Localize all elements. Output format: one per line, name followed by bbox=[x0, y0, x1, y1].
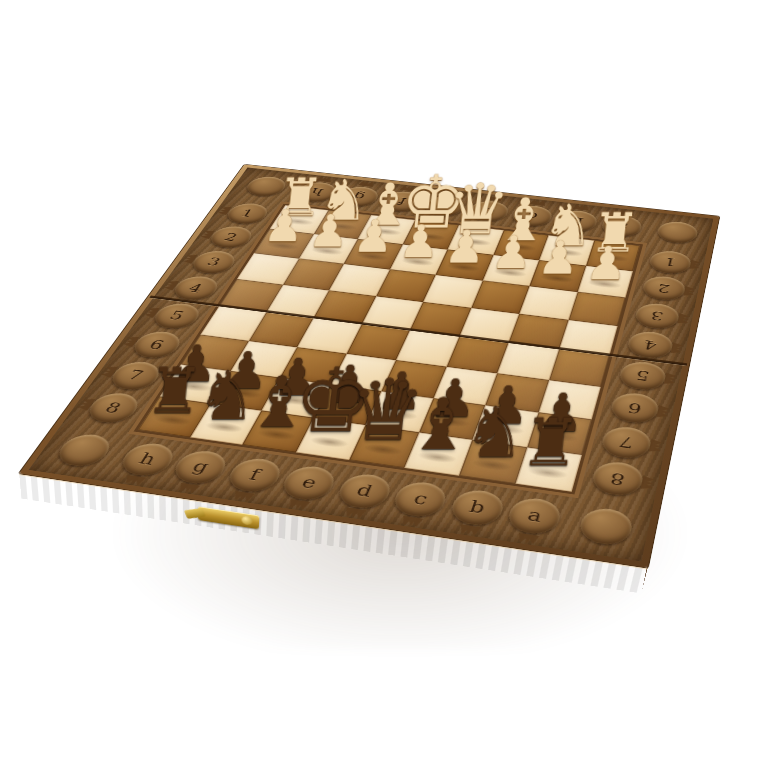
brass-clasp bbox=[198, 506, 259, 529]
piece-white-pawn: ♟ bbox=[443, 224, 488, 269]
piece-white-pawn: ♟ bbox=[489, 229, 535, 275]
piece-white-pawn: ♟ bbox=[536, 234, 582, 280]
board-top-surface: hgfedcba hgfedcba 12345678 12345678 ♜♞♝♚… bbox=[19, 164, 719, 567]
piece-black-rook: ♜ bbox=[518, 410, 584, 476]
piece-white-pawn: ♟ bbox=[307, 208, 352, 253]
piece-white-pawn: ♟ bbox=[397, 219, 442, 264]
piece-white-pawn: ♟ bbox=[584, 240, 630, 286]
piece-white-pawn: ♟ bbox=[352, 213, 397, 258]
chess-set-photo: hgfedcba hgfedcba 12345678 12345678 ♜♞♝♚… bbox=[0, 0, 780, 780]
square-e2: ♟ bbox=[390, 244, 448, 275]
square-a8: ♜ bbox=[515, 447, 582, 492]
file-label: a bbox=[594, 207, 649, 246]
rank-label: 6 bbox=[592, 387, 677, 430]
chess-board: hgfedcba hgfedcba 12345678 12345678 ♜♞♝♚… bbox=[19, 164, 719, 567]
rank-label: 7 bbox=[582, 420, 669, 466]
